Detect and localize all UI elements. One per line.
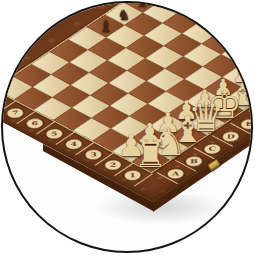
- piece-black-rook-h8[interactable]: ♜: [133, 1, 151, 10]
- piece-white-rook-a1[interactable]: ♜: [129, 135, 173, 173]
- rank-label-5: 5: [46, 129, 63, 140]
- rank-label-8: 8: [1, 97, 4, 108]
- piece-white-pawn-h2[interactable]: ♟: [247, 54, 253, 73]
- product-photo-stage: 12345678ABCDEFGH ♜♞♝♟♜♟♞♟♝♟♚♟♛♟♝♟♞♟♜: [0, 0, 255, 255]
- circular-crop-frame: 12345678ABCDEFGH ♜♞♝♟♜♟♞♟♝♟♚♟♛♟♝♟♞♟♜: [1, 1, 253, 253]
- piece-black-knight-g8[interactable]: ♞: [114, 8, 134, 22]
- rank-label-4: 4: [65, 139, 82, 150]
- rank-label-7: 7: [6, 108, 23, 119]
- rank-label-6: 6: [26, 118, 43, 129]
- rank-label-3: 3: [85, 149, 102, 160]
- piece-black-bishop-f8[interactable]: ♝: [95, 19, 117, 35]
- board-square-h2[interactable]: [241, 52, 253, 75]
